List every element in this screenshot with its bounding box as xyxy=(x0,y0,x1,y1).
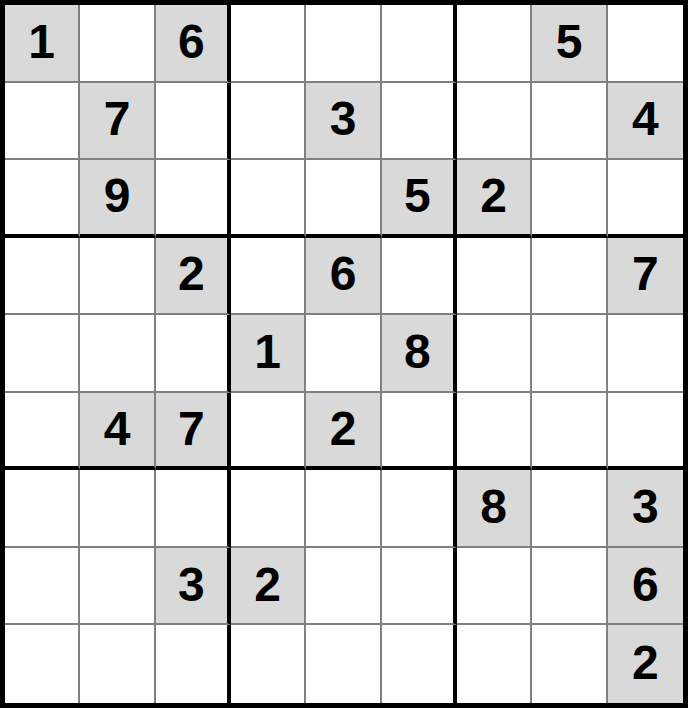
sudoku-board: 16573495226718472833262 xyxy=(0,0,688,708)
given-digit: 9 xyxy=(104,172,131,220)
cell-r5c1[interactable] xyxy=(5,315,80,393)
cell-r4c4[interactable] xyxy=(231,238,306,316)
given-digit: 2 xyxy=(254,561,281,609)
given-digit: 6 xyxy=(178,18,205,66)
given-digit: 4 xyxy=(104,405,131,453)
cell-r3c1[interactable] xyxy=(5,160,80,238)
cell-r6c6[interactable] xyxy=(382,393,457,471)
cell-r7c2[interactable] xyxy=(80,470,155,548)
cell-r2c6[interactable] xyxy=(382,83,457,161)
cell-r6c5[interactable]: 2 xyxy=(306,393,381,471)
cell-r9c6[interactable] xyxy=(382,625,457,703)
cell-r1c2[interactable] xyxy=(80,5,155,83)
cell-r6c7[interactable] xyxy=(457,393,532,471)
cell-r8c2[interactable] xyxy=(80,548,155,626)
cell-r7c9[interactable]: 3 xyxy=(608,470,683,548)
cell-r5c2[interactable] xyxy=(80,315,155,393)
cell-r3c5[interactable] xyxy=(306,160,381,238)
cell-r2c4[interactable] xyxy=(231,83,306,161)
cell-r3c9[interactable] xyxy=(608,160,683,238)
cell-r7c1[interactable] xyxy=(5,470,80,548)
cell-r3c2[interactable]: 9 xyxy=(80,160,155,238)
cell-r4c6[interactable] xyxy=(382,238,457,316)
cell-r5c3[interactable] xyxy=(156,315,231,393)
cell-r2c1[interactable] xyxy=(5,83,80,161)
cell-r2c8[interactable] xyxy=(532,83,607,161)
cell-r1c8[interactable]: 5 xyxy=(532,5,607,83)
cell-r1c7[interactable] xyxy=(457,5,532,83)
cell-r5c8[interactable] xyxy=(532,315,607,393)
cell-r4c3[interactable]: 2 xyxy=(156,238,231,316)
cell-r4c2[interactable] xyxy=(80,238,155,316)
cell-r8c6[interactable] xyxy=(382,548,457,626)
cell-r9c9[interactable]: 2 xyxy=(608,625,683,703)
cell-r1c6[interactable] xyxy=(382,5,457,83)
cell-r3c3[interactable] xyxy=(156,160,231,238)
cell-r4c1[interactable] xyxy=(5,238,80,316)
cell-r8c4[interactable]: 2 xyxy=(231,548,306,626)
cell-r7c3[interactable] xyxy=(156,470,231,548)
cell-r2c2[interactable]: 7 xyxy=(80,83,155,161)
given-digit: 6 xyxy=(330,250,357,298)
cell-r4c9[interactable]: 7 xyxy=(608,238,683,316)
cell-r1c3[interactable]: 6 xyxy=(156,5,231,83)
cell-r3c7[interactable]: 2 xyxy=(457,160,532,238)
cell-r7c6[interactable] xyxy=(382,470,457,548)
given-digit: 7 xyxy=(178,405,205,453)
cell-r1c5[interactable] xyxy=(306,5,381,83)
cell-r9c1[interactable] xyxy=(5,625,80,703)
cell-r3c6[interactable]: 5 xyxy=(382,160,457,238)
cell-r6c4[interactable] xyxy=(231,393,306,471)
given-digit: 1 xyxy=(28,18,55,66)
cell-r5c6[interactable]: 8 xyxy=(382,315,457,393)
cell-r7c5[interactable] xyxy=(306,470,381,548)
cell-r6c2[interactable]: 4 xyxy=(80,393,155,471)
cell-r9c7[interactable] xyxy=(457,625,532,703)
cell-r6c3[interactable]: 7 xyxy=(156,393,231,471)
given-digit: 3 xyxy=(178,561,205,609)
given-digit: 2 xyxy=(178,250,205,298)
cell-r4c7[interactable] xyxy=(457,238,532,316)
cell-r6c8[interactable] xyxy=(532,393,607,471)
given-digit: 4 xyxy=(632,95,659,143)
cell-r9c8[interactable] xyxy=(532,625,607,703)
cell-r6c1[interactable] xyxy=(5,393,80,471)
cell-r1c4[interactable] xyxy=(231,5,306,83)
cell-r1c1[interactable]: 1 xyxy=(5,5,80,83)
cell-r8c8[interactable] xyxy=(532,548,607,626)
cell-r2c3[interactable] xyxy=(156,83,231,161)
given-digit: 3 xyxy=(330,95,357,143)
given-digit: 2 xyxy=(480,172,507,220)
cell-r3c8[interactable] xyxy=(532,160,607,238)
given-digit: 8 xyxy=(404,328,431,376)
cell-r7c8[interactable] xyxy=(532,470,607,548)
cell-r7c4[interactable] xyxy=(231,470,306,548)
cell-r8c9[interactable]: 6 xyxy=(608,548,683,626)
cell-r9c5[interactable] xyxy=(306,625,381,703)
cell-r8c3[interactable]: 3 xyxy=(156,548,231,626)
cell-r5c9[interactable] xyxy=(608,315,683,393)
cell-r1c9[interactable] xyxy=(608,5,683,83)
cell-r8c1[interactable] xyxy=(5,548,80,626)
cell-r9c4[interactable] xyxy=(231,625,306,703)
cell-r4c8[interactable] xyxy=(532,238,607,316)
cell-r2c5[interactable]: 3 xyxy=(306,83,381,161)
cell-r2c7[interactable] xyxy=(457,83,532,161)
cell-r9c2[interactable] xyxy=(80,625,155,703)
given-digit: 7 xyxy=(104,95,131,143)
cell-r6c9[interactable] xyxy=(608,393,683,471)
cell-r8c7[interactable] xyxy=(457,548,532,626)
given-digit: 5 xyxy=(556,18,583,66)
given-digit: 8 xyxy=(480,483,507,531)
cell-r5c4[interactable]: 1 xyxy=(231,315,306,393)
cell-r5c7[interactable] xyxy=(457,315,532,393)
given-digit: 5 xyxy=(404,172,431,220)
cell-r7c7[interactable]: 8 xyxy=(457,470,532,548)
cell-r3c4[interactable] xyxy=(231,160,306,238)
given-digit: 3 xyxy=(632,483,659,531)
given-digit: 2 xyxy=(330,405,357,453)
cell-r2c9[interactable]: 4 xyxy=(608,83,683,161)
given-digit: 1 xyxy=(254,328,281,376)
given-digit: 6 xyxy=(632,561,659,609)
given-digit: 7 xyxy=(632,250,659,298)
cell-r4c5[interactable]: 6 xyxy=(306,238,381,316)
cell-r5c5[interactable] xyxy=(306,315,381,393)
cell-r9c3[interactable] xyxy=(156,625,231,703)
given-digit: 2 xyxy=(632,639,659,687)
cell-r8c5[interactable] xyxy=(306,548,381,626)
